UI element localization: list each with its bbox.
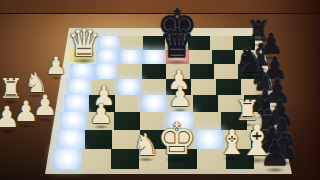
piece-white-pawn-b3[interactable]: ♟: [89, 100, 113, 127]
piece-black-queen-e7[interactable]: ♛: [159, 23, 195, 63]
piece-white-queen-a7[interactable]: ♛: [67, 24, 101, 62]
piece-white-bishop-h1[interactable]: ♝: [238, 120, 276, 162]
piece-black-knight-h6[interactable]: ♞: [235, 43, 265, 77]
piece-white-king-e1[interactable]: ♚: [157, 117, 196, 161]
captured-white-pawn: ♟: [45, 54, 67, 78]
captured-white-pawn: ♟: [0, 103, 20, 132]
piece-white-knight-d1[interactable]: ♞: [133, 130, 160, 160]
piece-layer: ♚♛♞♛♟♟♟♟♜♞♚♝♝♟♞♜♟♟♟♜♟♝♟♞♟♝♟♜♟♟♟♟: [0, 0, 320, 180]
chess-table-scene: ♚♛♞♛♟♟♟♟♜♞♚♝♝♟♞♜♟♟♟♜♟♝♟♞♟♝♟♜♟♟♟♟: [0, 0, 320, 180]
piece-white-pawn-e4[interactable]: ♟: [168, 83, 192, 110]
